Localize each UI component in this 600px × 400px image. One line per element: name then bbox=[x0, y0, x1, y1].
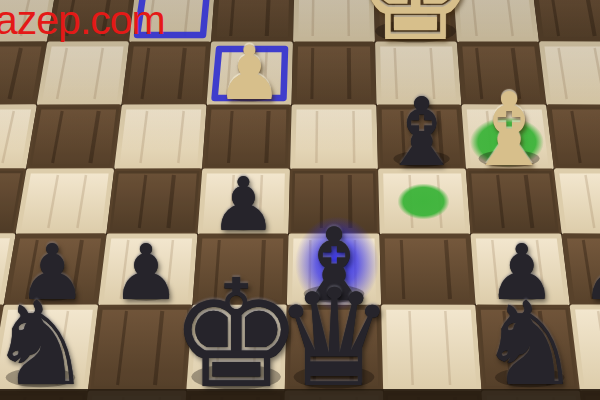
move-hint-f5 bbox=[398, 184, 450, 220]
piece-black-bishop-f6[interactable]: ♝ bbox=[379, 85, 463, 179]
piece-black-pawn-d5[interactable]: ♟ bbox=[210, 166, 276, 240]
piece-black-pawn-h4[interactable]: ♟ bbox=[581, 234, 600, 311]
square-shade bbox=[109, 171, 199, 232]
piece-black-knight-b3[interactable]: ♞ bbox=[0, 287, 92, 400]
square-b5[interactable] bbox=[18, 171, 111, 233]
square-f3[interactable] bbox=[384, 307, 480, 389]
chess-app-screen: ♚♟♝♝♟♝♟♟♟♟♞♚♛♞ azep.com bbox=[0, 0, 600, 400]
piece-white-bishop-g6[interactable]: ♝ bbox=[464, 79, 555, 181]
piece-black-queen-e3[interactable]: ♛ bbox=[274, 272, 395, 400]
piece-black-knight-g3[interactable]: ♞ bbox=[478, 287, 582, 400]
square-f4[interactable] bbox=[382, 236, 473, 303]
piece-white-pawn-d7[interactable]: ♟ bbox=[216, 37, 283, 112]
piece-white-king-f8[interactable]: ♚ bbox=[355, 0, 476, 61]
